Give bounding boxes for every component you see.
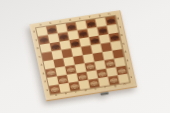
file-label: d — [81, 89, 91, 93]
piece-light[interactable]: ⛂ — [109, 75, 119, 84]
file-label: a — [51, 94, 61, 98]
piece-light[interactable]: ⛂ — [70, 81, 80, 90]
file-label: e — [90, 88, 100, 92]
file-label: b — [61, 92, 71, 96]
file-label: g — [110, 85, 120, 89]
checkers-board: abcdefgh abcdefgh 87654321 87654321 ⛂⛂⛂⛂… — [29, 10, 137, 102]
file-label: h — [120, 83, 130, 87]
clasp-icon — [100, 91, 108, 95]
rank-label: 1 — [128, 73, 134, 82]
board-grid: ⛂⛂⛂⛂⛂⛂⛂⛂⛂⛂⛂⛂⛂⛂⛂⛂⛂⛂⛂⛂⛂⛂⛂⛂ — [36, 16, 129, 94]
file-label: f — [100, 86, 110, 90]
board-frame: abcdefgh abcdefgh 87654321 87654321 ⛂⛂⛂⛂… — [29, 10, 138, 102]
piece-light[interactable]: ⛂ — [89, 78, 99, 87]
photo-background: abcdefgh abcdefgh 87654321 87654321 ⛂⛂⛂⛂… — [0, 0, 170, 113]
file-label: c — [71, 91, 81, 95]
piece-light[interactable]: ⛂ — [50, 84, 60, 93]
